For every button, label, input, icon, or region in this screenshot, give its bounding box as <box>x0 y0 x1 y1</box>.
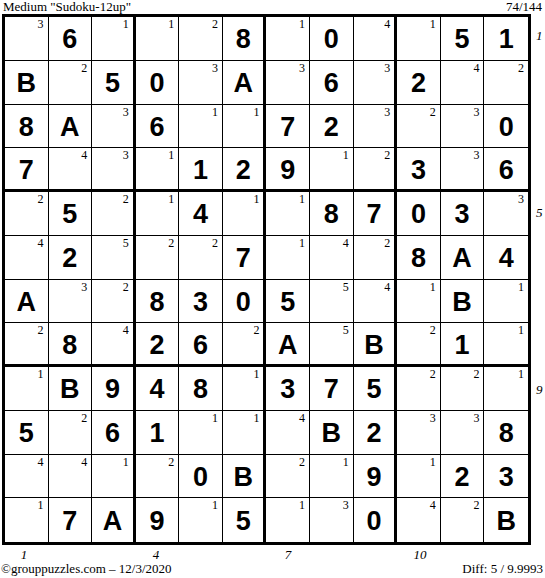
step-mark: 1 <box>168 149 174 161</box>
cell-r3c5[interactable]: 1 <box>179 105 223 149</box>
cell-r7c6[interactable]: 0 <box>223 280 267 324</box>
step-mark: 1 <box>38 368 44 380</box>
cell-value: 8 <box>411 245 426 272</box>
cell-r1c8[interactable]: 0 <box>310 17 354 61</box>
step-mark: 1 <box>38 499 44 511</box>
step-mark: 1 <box>299 193 305 205</box>
cell-value: 7 <box>236 245 251 272</box>
cell-value: 6 <box>193 332 208 359</box>
cell-r5c12[interactable]: 3 <box>484 192 528 236</box>
cell-r9c5[interactable]: 8 <box>179 367 223 411</box>
cell-value: 1 <box>455 332 470 359</box>
cell-r3c1[interactable]: 8 <box>5 105 49 149</box>
cell-r3c9[interactable]: 3 <box>354 105 398 149</box>
cell-value: 2 <box>324 114 339 141</box>
cell-r9c12[interactable]: 1 <box>484 367 528 411</box>
cell-r4c8[interactable]: 1 <box>310 148 354 192</box>
step-mark: 1 <box>430 18 436 30</box>
cell-value: 0 <box>324 26 339 53</box>
step-mark: 4 <box>38 237 44 249</box>
cell-value: A <box>233 70 253 97</box>
cell-r5c5[interactable]: 4 <box>179 192 223 236</box>
cell-value: B <box>233 464 253 491</box>
col-label-7: 7 <box>276 548 300 561</box>
cell-value: B <box>322 420 342 447</box>
puzzle-page: Medium "Sudoku-12up" 74/144 361128104151… <box>0 0 545 578</box>
cell-value: 0 <box>193 464 208 491</box>
step-mark: 1 <box>212 106 218 118</box>
cell-r5c3[interactable]: 2 <box>92 192 136 236</box>
step-mark: 3 <box>430 412 436 424</box>
step-mark: 3 <box>473 149 479 161</box>
cell-value: 2 <box>455 464 470 491</box>
cell-r2c6[interactable]: A <box>223 61 267 105</box>
cell-r10c1[interactable]: 5 <box>5 411 49 455</box>
cell-r11c4[interactable]: 2 <box>136 455 180 499</box>
cell-r7c1[interactable]: A <box>5 280 49 324</box>
cell-value: 1 <box>150 420 165 447</box>
step-mark: 1 <box>518 281 524 293</box>
cell-r6c12[interactable]: 4 <box>484 236 528 280</box>
step-mark: 2 <box>430 368 436 380</box>
step-mark: 2 <box>81 62 87 74</box>
cell-r2c2[interactable]: 2 <box>49 61 93 105</box>
cell-value: A <box>278 332 298 359</box>
cell-r3c11[interactable]: 3 <box>441 105 485 149</box>
cell-r1c5[interactable]: 2 <box>179 17 223 61</box>
step-mark: 1 <box>212 412 218 424</box>
cell-r11c2[interactable]: 4 <box>49 455 93 499</box>
cell-r4c4[interactable]: 1 <box>136 148 180 192</box>
cell-r10c8[interactable]: B <box>310 411 354 455</box>
cell-r7c2[interactable]: 3 <box>49 280 93 324</box>
copyright-text: ©grouppuzzles.com – 12/3/2020 <box>1 561 172 577</box>
cell-r12c6[interactable]: 5 <box>223 498 267 542</box>
cell-r3c8[interactable]: 2 <box>310 105 354 149</box>
cell-r3c7[interactable]: 7 <box>266 105 310 149</box>
cell-value: 7 <box>366 201 381 228</box>
cell-r11c10[interactable]: 1 <box>397 455 441 499</box>
step-mark: 1 <box>299 499 305 511</box>
step-mark: 2 <box>168 237 174 249</box>
cell-r1c2[interactable]: 6 <box>49 17 93 61</box>
cell-r8c12[interactable]: 1 <box>484 323 528 367</box>
cell-r6c3[interactable]: 5 <box>92 236 136 280</box>
cell-value: 5 <box>366 376 381 403</box>
cell-r9c4[interactable]: 4 <box>136 367 180 411</box>
cell-r12c3[interactable]: A <box>92 498 136 542</box>
cell-r1c9[interactable]: 4 <box>354 17 398 61</box>
cell-r8c2[interactable]: 8 <box>49 323 93 367</box>
cell-r10c3[interactable]: 6 <box>92 411 136 455</box>
cell-value: 9 <box>150 508 165 535</box>
cell-value: 2 <box>236 157 251 184</box>
cell-r11c7[interactable]: 2 <box>266 455 310 499</box>
cell-value: 0 <box>366 508 381 535</box>
cell-r2c11[interactable]: 4 <box>441 61 485 105</box>
cell-value: 0 <box>411 201 426 228</box>
cell-r7c3[interactable]: 2 <box>92 280 136 324</box>
cell-r8c10[interactable]: 2 <box>397 323 441 367</box>
cell-r4c10[interactable]: 3 <box>397 148 441 192</box>
cell-r5c7[interactable]: 1 <box>266 192 310 236</box>
col-label-1: 1 <box>12 548 36 561</box>
cell-value: 8 <box>324 201 339 228</box>
step-mark: 3 <box>518 193 524 205</box>
step-mark: 2 <box>38 193 44 205</box>
cell-value: 0 <box>236 289 251 316</box>
step-mark: 4 <box>384 18 390 30</box>
cell-r11c8[interactable]: 1 <box>310 455 354 499</box>
cell-r12c10[interactable]: 4 <box>397 498 441 542</box>
step-mark: 5 <box>343 281 349 293</box>
step-mark: 1 <box>299 18 305 30</box>
cell-r7c10[interactable]: 1 <box>397 280 441 324</box>
cell-value: 9 <box>105 376 120 403</box>
cell-value: 8 <box>150 289 165 316</box>
cell-r7c11[interactable]: B <box>441 280 485 324</box>
cell-r4c11[interactable]: 3 <box>441 148 485 192</box>
cell-r2c12[interactable]: 2 <box>484 61 528 105</box>
cell-value: B <box>452 289 472 316</box>
cell-r4c2[interactable]: 4 <box>49 148 93 192</box>
cell-r7c12[interactable]: 1 <box>484 280 528 324</box>
cell-r3c2[interactable]: A <box>49 105 93 149</box>
cell-r3c6[interactable]: 1 <box>223 105 267 149</box>
cell-r11c1[interactable]: 4 <box>5 455 49 499</box>
cell-value: 8 <box>62 332 77 359</box>
sudoku-grid: 361128104151B2503A3632428A36117232307431… <box>2 14 531 545</box>
cell-r8c4[interactable]: 2 <box>136 323 180 367</box>
cell-value: 1 <box>499 26 514 53</box>
cell-r5c10[interactable]: 0 <box>397 192 441 236</box>
cell-value: A <box>17 289 37 316</box>
cell-r1c4[interactable]: 1 <box>136 17 180 61</box>
cell-r10c2[interactable]: 2 <box>49 411 93 455</box>
cell-r6c9[interactable]: 2 <box>354 236 398 280</box>
step-mark: 4 <box>81 456 87 468</box>
cell-value: A <box>60 114 80 141</box>
cell-r12c8[interactable]: 3 <box>310 498 354 542</box>
cell-r8c8[interactable]: 5 <box>310 323 354 367</box>
cell-value: 4 <box>150 376 165 403</box>
step-mark: 4 <box>343 237 349 249</box>
cell-r2c9[interactable]: 3 <box>354 61 398 105</box>
cell-value: B <box>496 508 516 535</box>
row-label-9: 9 <box>536 383 543 396</box>
cell-r2c5[interactable]: 3 <box>179 61 223 105</box>
step-mark: 1 <box>123 456 129 468</box>
cell-r1c3[interactable]: 1 <box>92 17 136 61</box>
cell-r1c6[interactable]: 8 <box>223 17 267 61</box>
cell-r12c7[interactable]: 1 <box>266 498 310 542</box>
cell-r8c9[interactable]: B <box>354 323 398 367</box>
cell-r10c5[interactable]: 1 <box>179 411 223 455</box>
cell-r10c4[interactable]: 1 <box>136 411 180 455</box>
step-mark: 2 <box>253 324 259 336</box>
step-mark: 4 <box>430 499 436 511</box>
cell-r9c1[interactable]: 1 <box>5 367 49 411</box>
cell-r2c7[interactable]: 3 <box>266 61 310 105</box>
step-mark: 1 <box>518 324 524 336</box>
col-label-10: 10 <box>408 548 432 561</box>
cell-r12c1[interactable]: 1 <box>5 498 49 542</box>
puzzle-counter: 74/144 <box>506 0 542 15</box>
cell-r2c1[interactable]: B <box>5 61 49 105</box>
cell-r1c11[interactable]: 5 <box>441 17 485 61</box>
step-mark: 3 <box>473 106 479 118</box>
cell-r1c1[interactable]: 3 <box>5 17 49 61</box>
cell-value: 6 <box>150 114 165 141</box>
cell-r7c7[interactable]: 5 <box>266 280 310 324</box>
step-mark: 3 <box>38 18 44 30</box>
cell-r6c4[interactable]: 2 <box>136 236 180 280</box>
cell-r4c6[interactable]: 2 <box>223 148 267 192</box>
cell-r10c12[interactable]: 8 <box>484 411 528 455</box>
cell-r11c9[interactable]: 9 <box>354 455 398 499</box>
cell-value: 6 <box>324 70 339 97</box>
cell-r9c7[interactable]: 3 <box>266 367 310 411</box>
cell-value: 5 <box>19 420 34 447</box>
cell-r6c7[interactable]: 1 <box>266 236 310 280</box>
cell-r7c4[interactable]: 8 <box>136 280 180 324</box>
cell-value: 8 <box>193 376 208 403</box>
cell-value: 5 <box>62 201 77 228</box>
cell-value: A <box>452 245 472 272</box>
cell-value: 8 <box>19 114 34 141</box>
cell-r3c12[interactable]: 0 <box>484 105 528 149</box>
step-mark: 2 <box>384 149 390 161</box>
cell-value: 9 <box>366 464 381 491</box>
cell-value: 5 <box>280 289 295 316</box>
cell-r11c12[interactable]: 3 <box>484 455 528 499</box>
step-mark: 1 <box>253 106 259 118</box>
step-mark: 1 <box>299 237 305 249</box>
cell-r5c9[interactable]: 7 <box>354 192 398 236</box>
step-mark: 1 <box>168 18 174 30</box>
cell-r4c9[interactable]: 2 <box>354 148 398 192</box>
cell-value: 9 <box>280 157 295 184</box>
cell-r11c5[interactable]: 0 <box>179 455 223 499</box>
step-mark: 4 <box>38 456 44 468</box>
cell-r4c1[interactable]: 7 <box>5 148 49 192</box>
step-mark: 3 <box>299 62 305 74</box>
cell-r6c2[interactable]: 2 <box>49 236 93 280</box>
step-mark: 3 <box>384 106 390 118</box>
step-mark: 4 <box>81 149 87 161</box>
cell-value: 3 <box>455 201 470 228</box>
cell-r8c7[interactable]: A <box>266 323 310 367</box>
step-mark: 1 <box>430 456 436 468</box>
cell-value: 3 <box>280 376 295 403</box>
cell-r1c12[interactable]: 1 <box>484 17 528 61</box>
cell-r12c5[interactable]: 1 <box>179 498 223 542</box>
cell-value: 3 <box>193 289 208 316</box>
cell-value: 5 <box>105 70 120 97</box>
step-mark: 2 <box>123 281 129 293</box>
cell-r12c11[interactable]: 2 <box>441 498 485 542</box>
cell-value: 6 <box>499 157 514 184</box>
cell-r12c9[interactable]: 0 <box>354 498 398 542</box>
cell-value: 2 <box>366 420 381 447</box>
cell-value: B <box>60 376 80 403</box>
cell-r10c10[interactable]: 3 <box>397 411 441 455</box>
cell-r1c10[interactable]: 1 <box>397 17 441 61</box>
step-mark: 3 <box>384 62 390 74</box>
cell-r5c8[interactable]: 8 <box>310 192 354 236</box>
cell-r5c6[interactable]: 1 <box>223 192 267 236</box>
cell-r11c6[interactable]: B <box>223 455 267 499</box>
cell-value: 3 <box>499 464 514 491</box>
cell-r6c6[interactable]: 7 <box>223 236 267 280</box>
step-mark: 2 <box>430 324 436 336</box>
step-mark: 3 <box>473 412 479 424</box>
cell-r10c9[interactable]: 2 <box>354 411 398 455</box>
step-mark: 2 <box>473 499 479 511</box>
step-mark: 2 <box>299 456 305 468</box>
step-mark: 1 <box>212 499 218 511</box>
row-label-5: 5 <box>536 206 543 219</box>
cell-r8c6[interactable]: 2 <box>223 323 267 367</box>
step-mark: 2 <box>38 324 44 336</box>
cell-r12c4[interactable]: 9 <box>136 498 180 542</box>
cell-r2c4[interactable]: 0 <box>136 61 180 105</box>
step-mark: 1 <box>253 193 259 205</box>
cell-r10c6[interactable]: 1 <box>223 411 267 455</box>
cell-r8c5[interactable]: 6 <box>179 323 223 367</box>
cell-r6c5[interactable]: 2 <box>179 236 223 280</box>
step-mark: 3 <box>343 499 349 511</box>
step-mark: 1 <box>168 193 174 205</box>
cell-r3c10[interactable]: 2 <box>397 105 441 149</box>
cell-r8c11[interactable]: 1 <box>441 323 485 367</box>
step-mark: 5 <box>343 324 349 336</box>
step-mark: 4 <box>384 281 390 293</box>
cell-r6c11[interactable]: A <box>441 236 485 280</box>
cell-r8c3[interactable]: 4 <box>92 323 136 367</box>
step-mark: 3 <box>123 149 129 161</box>
step-mark: 3 <box>81 281 87 293</box>
cell-r9c10[interactable]: 2 <box>397 367 441 411</box>
cell-r6c8[interactable]: 4 <box>310 236 354 280</box>
cell-r3c3[interactable]: 3 <box>92 105 136 149</box>
cell-value: 6 <box>62 26 77 53</box>
step-mark: 1 <box>343 149 349 161</box>
cell-r7c5[interactable]: 3 <box>179 280 223 324</box>
puzzle-title: Medium "Sudoku-12up" <box>3 0 131 15</box>
step-mark: 1 <box>518 368 524 380</box>
cell-r4c5[interactable]: 1 <box>179 148 223 192</box>
cell-value: 2 <box>62 245 77 272</box>
cell-value: 6 <box>105 420 120 447</box>
cell-value: 5 <box>455 26 470 53</box>
cell-r9c11[interactable]: 2 <box>441 367 485 411</box>
step-mark: 4 <box>473 62 479 74</box>
cell-r2c3[interactable]: 5 <box>92 61 136 105</box>
step-mark: 3 <box>123 106 129 118</box>
cell-r11c3[interactable]: 1 <box>92 455 136 499</box>
row-label-1: 1 <box>536 29 543 42</box>
cell-r7c8[interactable]: 5 <box>310 280 354 324</box>
cell-value: A <box>103 508 123 535</box>
cell-r2c10[interactable]: 2 <box>397 61 441 105</box>
step-mark: 2 <box>473 368 479 380</box>
cell-r9c9[interactable]: 5 <box>354 367 398 411</box>
cell-r6c10[interactable]: 8 <box>397 236 441 280</box>
cell-r12c12[interactable]: B <box>484 498 528 542</box>
cell-value: 7 <box>324 376 339 403</box>
step-mark: 2 <box>384 237 390 249</box>
cell-r12c2[interactable]: 7 <box>49 498 93 542</box>
cell-value: 5 <box>236 508 251 535</box>
cell-r4c3[interactable]: 3 <box>92 148 136 192</box>
cell-r6c1[interactable]: 4 <box>5 236 49 280</box>
step-mark: 2 <box>518 62 524 74</box>
difficulty-text: Diff: 5 / 9.9993 <box>462 561 543 577</box>
cell-value: 7 <box>19 157 34 184</box>
cell-r1c7[interactable]: 1 <box>266 17 310 61</box>
step-mark: 2 <box>168 456 174 468</box>
step-mark: 2 <box>212 18 218 30</box>
cell-r8c1[interactable]: 2 <box>5 323 49 367</box>
step-mark: 3 <box>212 62 218 74</box>
cell-r10c11[interactable]: 3 <box>441 411 485 455</box>
cell-r5c4[interactable]: 1 <box>136 192 180 236</box>
cell-value: 4 <box>499 245 514 272</box>
cell-value: 8 <box>499 420 514 447</box>
step-mark: 1 <box>253 368 259 380</box>
cell-r7c9[interactable]: 4 <box>354 280 398 324</box>
cell-value: 0 <box>150 70 165 97</box>
cell-r5c1[interactable]: 2 <box>5 192 49 236</box>
cell-r10c7[interactable]: 4 <box>266 411 310 455</box>
cell-r4c12[interactable]: 6 <box>484 148 528 192</box>
cell-value: 4 <box>193 201 208 228</box>
cell-r9c3[interactable]: 9 <box>92 367 136 411</box>
step-mark: 2 <box>212 237 218 249</box>
cell-value: 7 <box>62 508 77 535</box>
cell-r4c7[interactable]: 9 <box>266 148 310 192</box>
step-mark: 4 <box>299 412 305 424</box>
cell-value: 2 <box>411 70 426 97</box>
step-mark: 1 <box>123 18 129 30</box>
col-label-4: 4 <box>144 548 168 561</box>
cell-r2c8[interactable]: 6 <box>310 61 354 105</box>
step-mark: 1 <box>430 281 436 293</box>
cell-value: 2 <box>150 332 165 359</box>
cell-r9c6[interactable]: 1 <box>223 367 267 411</box>
cell-r5c2[interactable]: 5 <box>49 192 93 236</box>
step-mark: 5 <box>123 237 129 249</box>
cell-value: 8 <box>236 26 251 53</box>
step-mark: 4 <box>123 324 129 336</box>
cell-value: B <box>364 332 384 359</box>
cell-r11c11[interactable]: 2 <box>441 455 485 499</box>
step-mark: 2 <box>81 412 87 424</box>
cell-value: 1 <box>193 157 208 184</box>
cell-r9c2[interactable]: B <box>49 367 93 411</box>
cell-value: 0 <box>499 114 514 141</box>
step-mark: 2 <box>430 106 436 118</box>
step-mark: 1 <box>343 456 349 468</box>
step-mark: 2 <box>123 193 129 205</box>
cell-r3c4[interactable]: 6 <box>136 105 180 149</box>
step-mark: 1 <box>253 412 259 424</box>
cell-r5c11[interactable]: 3 <box>441 192 485 236</box>
cell-value: 3 <box>411 157 426 184</box>
cell-r9c8[interactable]: 7 <box>310 367 354 411</box>
cell-value: B <box>17 70 37 97</box>
